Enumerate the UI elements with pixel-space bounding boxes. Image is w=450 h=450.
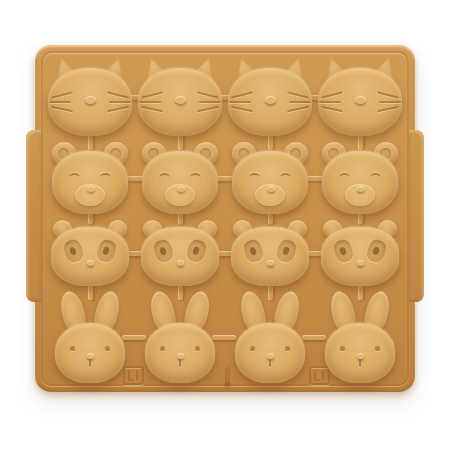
panda-nose [357,260,364,266]
cat-nose [175,96,186,104]
mold-grid [45,53,405,383]
rabbit-eye [70,346,75,351]
mold-cell [135,141,225,215]
cat-whisker [377,91,399,98]
panda-face-mold [230,220,310,286]
mold-cell [45,53,135,141]
rabbit-nose [177,353,184,359]
rabbit-mouth [359,359,361,367]
cat-whisker [197,91,219,98]
mold-cell [315,53,405,141]
bear-eye [370,173,381,182]
mold-cell [225,291,315,383]
mold-cell [135,53,225,141]
tray-right-tab [409,130,424,302]
cat-whisker [139,101,161,103]
rabbit-face-mold [53,291,127,383]
cat-head [228,68,312,136]
mold-cell [135,291,225,383]
panda-eye-patch [185,238,208,264]
cat-whisker [231,91,253,98]
panda-eye-patch [365,238,388,264]
cat-face-mold [137,58,223,136]
cat-head [138,68,222,136]
cat-face-mold [317,58,403,136]
bear-eye [100,173,111,182]
mold-cell [225,53,315,141]
rabbit-eye [105,346,110,351]
bear-nose [87,186,95,192]
cat-whisker [287,91,309,98]
panda-eye-patch [332,238,355,264]
rabbit-mouth [89,359,91,367]
cat-whisker [109,101,131,103]
rabbit-head [145,323,215,383]
cat-whisker [377,106,399,113]
cat-whisker [107,91,129,98]
cat-whisker [51,106,73,113]
bear-eye [69,173,80,182]
bear-eye [190,173,201,182]
rabbit-eye [375,346,380,351]
rabbit-eye [340,346,345,351]
mold-cell [45,215,135,291]
cat-whisker [379,101,401,103]
bear-face-mold [140,142,220,214]
cat-whisker [321,106,343,113]
mold-cell [135,215,225,291]
bear-head [322,151,398,214]
panda-head [231,227,309,286]
bear-eye [339,173,350,182]
cat-face-mold [227,58,313,136]
rabbit-face-mold [323,291,397,383]
tray-left-tab [26,130,41,302]
cat-whisker [49,101,71,103]
rabbit-eye [250,346,255,351]
rabbit-mouth [179,359,181,367]
rabbit-head [235,323,305,383]
mold-cell [45,291,135,383]
bear-nose [267,186,275,192]
temperature-icon [225,367,230,387]
rabbit-head [325,323,395,383]
rabbit-face-mold [233,291,307,383]
cat-whisker [287,106,309,113]
panda-nose [177,260,184,266]
mold-cell [225,215,315,291]
mold-cell [315,291,405,383]
panda-face-mold [50,220,130,286]
bear-face-mold [230,142,310,214]
panda-head [141,227,219,286]
rabbit-eye [160,346,165,351]
cat-whisker [321,91,343,98]
cat-nose [85,96,96,104]
mold-cell [45,141,135,215]
cat-head [48,68,132,136]
cat-whisker [231,106,253,113]
rabbit-eye [195,346,200,351]
panda-face-mold [140,220,220,286]
rabbit-mouth [269,359,271,367]
mold-cell [315,141,405,215]
rabbit-nose [87,353,94,359]
rabbit-head [55,323,125,383]
bear-face-mold [50,142,130,214]
panda-eye-patch [62,238,85,264]
rabbit-nose [267,353,274,359]
cat-whisker [107,106,129,113]
bear-nose [357,186,365,192]
bear-head [52,151,128,214]
cat-head [318,68,402,136]
panda-eye-patch [152,238,175,264]
panda-nose [267,260,274,266]
panda-eye-patch [242,238,265,264]
rabbit-face-mold [143,291,217,383]
bear-eye [159,173,170,182]
silicone-mold-tray [35,45,415,392]
cat-whisker [197,106,219,113]
panda-head [321,227,399,286]
panda-face-mold [320,220,400,286]
mold-cell [315,215,405,291]
cat-nose [355,96,366,104]
cat-whisker [141,106,163,113]
cat-whisker [319,101,341,103]
mold-cell [225,141,315,215]
rabbit-nose [357,353,364,359]
cat-whisker [289,101,311,103]
bear-eye [280,173,291,182]
bear-head [232,151,308,214]
panda-nose [87,260,94,266]
cat-whisker [141,91,163,98]
panda-eye-patch [95,238,118,264]
bear-eye [249,173,260,182]
bear-nose [177,186,185,192]
bear-face-mold [320,142,400,214]
panda-eye-patch [275,238,298,264]
panda-head [51,227,129,286]
rabbit-eye [285,346,290,351]
cat-whisker [199,101,221,103]
cat-face-mold [47,58,133,136]
cat-whisker [229,101,251,103]
cat-nose [265,96,276,104]
cat-whisker [51,91,73,98]
bear-head [142,151,218,214]
